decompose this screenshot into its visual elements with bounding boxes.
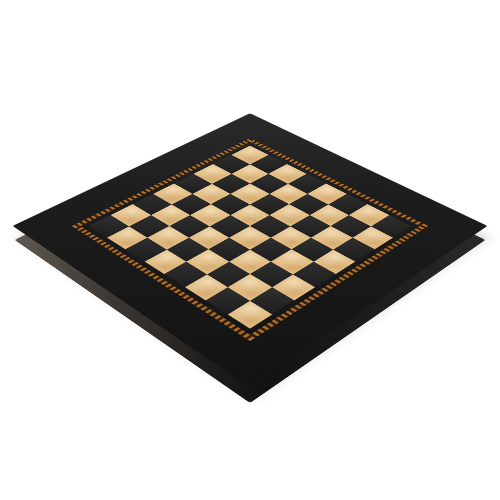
playing-area[interactable] [89, 146, 411, 329]
board-surface [12, 113, 487, 388]
chess-board[interactable] [12, 113, 487, 388]
photo-backdrop [0, 0, 500, 500]
